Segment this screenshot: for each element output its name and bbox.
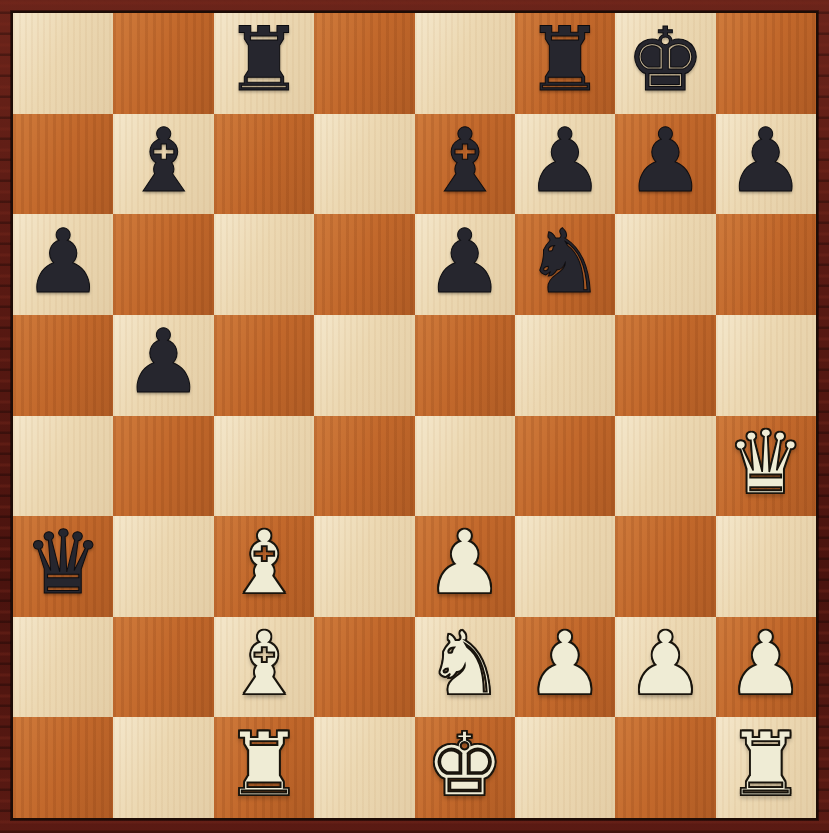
square-d8[interactable] — [314, 13, 414, 114]
square-b3[interactable] — [113, 516, 213, 617]
square-a8[interactable] — [13, 13, 113, 114]
square-f7[interactable]: ♟ — [515, 114, 615, 215]
square-g3[interactable] — [615, 516, 715, 617]
white-pawn-piece: ♟ — [425, 519, 504, 607]
square-d4[interactable] — [314, 416, 414, 517]
square-d7[interactable] — [314, 114, 414, 215]
square-e6[interactable]: ♟ — [415, 214, 515, 315]
square-h7[interactable]: ♟ — [716, 114, 816, 215]
white-rook-piece: ♜ — [726, 721, 805, 809]
square-c6[interactable] — [214, 214, 314, 315]
white-queen-piece: ♛ — [726, 419, 805, 507]
square-d1[interactable] — [314, 717, 414, 818]
square-g4[interactable] — [615, 416, 715, 517]
square-f4[interactable] — [515, 416, 615, 517]
black-rook-piece: ♜ — [526, 16, 605, 104]
chess-board: ♜♜♚♝♝♟♟♟♟♟♞♟♛♛♝♟♝♞♟♟♟♜♚♜ — [13, 13, 816, 818]
black-pawn-piece: ♟ — [726, 117, 805, 205]
square-g2[interactable]: ♟ — [615, 617, 715, 718]
board-frame: ♜♜♚♝♝♟♟♟♟♟♞♟♛♛♝♟♝♞♟♟♟♜♚♜ — [0, 0, 829, 833]
square-a3[interactable]: ♛ — [13, 516, 113, 617]
square-f1[interactable] — [515, 717, 615, 818]
square-g6[interactable] — [615, 214, 715, 315]
black-king-piece: ♚ — [626, 16, 705, 104]
black-queen-piece: ♛ — [24, 519, 103, 607]
white-king-piece: ♚ — [425, 721, 504, 809]
square-a5[interactable] — [13, 315, 113, 416]
square-f2[interactable]: ♟ — [515, 617, 615, 718]
square-b8[interactable] — [113, 13, 213, 114]
square-c7[interactable] — [214, 114, 314, 215]
square-h4[interactable]: ♛ — [716, 416, 816, 517]
square-b2[interactable] — [113, 617, 213, 718]
black-pawn-piece: ♟ — [425, 218, 504, 306]
square-b7[interactable]: ♝ — [113, 114, 213, 215]
square-a6[interactable]: ♟ — [13, 214, 113, 315]
black-pawn-piece: ♟ — [124, 318, 203, 406]
square-h1[interactable]: ♜ — [716, 717, 816, 818]
square-e3[interactable]: ♟ — [415, 516, 515, 617]
square-e4[interactable] — [415, 416, 515, 517]
square-c3[interactable]: ♝ — [214, 516, 314, 617]
square-g8[interactable]: ♚ — [615, 13, 715, 114]
square-c5[interactable] — [214, 315, 314, 416]
square-h3[interactable] — [716, 516, 816, 617]
square-g7[interactable]: ♟ — [615, 114, 715, 215]
square-d2[interactable] — [314, 617, 414, 718]
square-d6[interactable] — [314, 214, 414, 315]
square-f3[interactable] — [515, 516, 615, 617]
square-h8[interactable] — [716, 13, 816, 114]
white-knight-piece: ♞ — [425, 620, 504, 708]
black-pawn-piece: ♟ — [526, 117, 605, 205]
square-d5[interactable] — [314, 315, 414, 416]
square-a2[interactable] — [13, 617, 113, 718]
square-h6[interactable] — [716, 214, 816, 315]
square-g1[interactable] — [615, 717, 715, 818]
square-a4[interactable] — [13, 416, 113, 517]
square-b4[interactable] — [113, 416, 213, 517]
black-bishop-piece: ♝ — [425, 117, 504, 205]
white-pawn-piece: ♟ — [726, 620, 805, 708]
square-f5[interactable] — [515, 315, 615, 416]
square-e7[interactable]: ♝ — [415, 114, 515, 215]
square-c1[interactable]: ♜ — [214, 717, 314, 818]
black-knight-piece: ♞ — [526, 218, 605, 306]
square-c8[interactable]: ♜ — [214, 13, 314, 114]
white-bishop-piece: ♝ — [224, 519, 303, 607]
black-pawn-piece: ♟ — [626, 117, 705, 205]
white-rook-piece: ♜ — [224, 721, 303, 809]
square-e1[interactable]: ♚ — [415, 717, 515, 818]
square-a7[interactable] — [13, 114, 113, 215]
square-f8[interactable]: ♜ — [515, 13, 615, 114]
black-pawn-piece: ♟ — [24, 218, 103, 306]
black-bishop-piece: ♝ — [124, 117, 203, 205]
square-c4[interactable] — [214, 416, 314, 517]
square-h2[interactable]: ♟ — [716, 617, 816, 718]
square-b6[interactable] — [113, 214, 213, 315]
white-pawn-piece: ♟ — [526, 620, 605, 708]
square-g5[interactable] — [615, 315, 715, 416]
square-a1[interactable] — [13, 717, 113, 818]
square-e2[interactable]: ♞ — [415, 617, 515, 718]
square-b1[interactable] — [113, 717, 213, 818]
square-h5[interactable] — [716, 315, 816, 416]
black-rook-piece: ♜ — [224, 16, 303, 104]
square-c2[interactable]: ♝ — [214, 617, 314, 718]
square-d3[interactable] — [314, 516, 414, 617]
square-b5[interactable]: ♟ — [113, 315, 213, 416]
white-bishop-piece: ♝ — [224, 620, 303, 708]
white-pawn-piece: ♟ — [626, 620, 705, 708]
square-e5[interactable] — [415, 315, 515, 416]
square-f6[interactable]: ♞ — [515, 214, 615, 315]
square-e8[interactable] — [415, 13, 515, 114]
